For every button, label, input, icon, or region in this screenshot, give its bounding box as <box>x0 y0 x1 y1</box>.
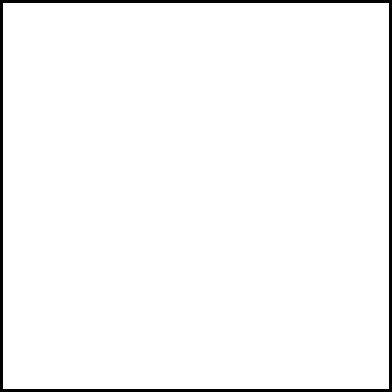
chess-board <box>0 0 392 392</box>
